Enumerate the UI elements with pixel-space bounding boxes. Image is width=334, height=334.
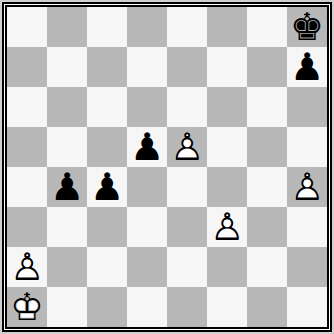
black-pawn-glyph: ♟ [127,127,167,167]
white-pawn-outline: ♙ [167,127,207,167]
white-pawn-fill: ♟ [207,207,247,247]
white-king: ♚♔ [7,287,47,327]
square-e6[interactable] [167,87,207,127]
square-e4[interactable] [167,167,207,207]
square-f2[interactable] [207,247,247,287]
white-pawn: ♟♙ [7,247,47,287]
square-e1[interactable] [167,287,207,327]
square-h1[interactable] [287,287,327,327]
square-b6[interactable] [47,87,87,127]
white-king-outline: ♔ [7,287,47,327]
white-pawn-outline: ♙ [7,247,47,287]
square-h6[interactable] [287,87,327,127]
square-d6[interactable] [127,87,167,127]
square-f8[interactable] [207,7,247,47]
square-f1[interactable] [207,287,247,327]
square-b4[interactable]: ♟ [47,167,87,207]
square-b5[interactable] [47,127,87,167]
square-f7[interactable] [207,47,247,87]
square-g7[interactable] [247,47,287,87]
square-g6[interactable] [247,87,287,127]
chess-board: ♚♟♟♟♙♟♟♟♙♟♙♟♙♚♔ [7,7,327,327]
square-f4[interactable] [207,167,247,207]
square-g5[interactable] [247,127,287,167]
square-c4[interactable]: ♟ [87,167,127,207]
square-c7[interactable] [87,47,127,87]
square-h8[interactable]: ♚ [287,7,327,47]
white-pawn-fill: ♟ [167,127,207,167]
square-a8[interactable] [7,7,47,47]
white-king-fill: ♚ [7,287,47,327]
black-pawn: ♟ [87,167,127,207]
square-f3[interactable]: ♟♙ [207,207,247,247]
board-inner-border: ♚♟♟♟♙♟♟♟♙♟♙♟♙♚♔ [5,5,329,329]
black-king: ♚ [287,7,327,47]
square-f5[interactable] [207,127,247,167]
square-b3[interactable] [47,207,87,247]
black-pawn-glyph: ♟ [87,167,127,207]
white-pawn: ♟♙ [167,127,207,167]
black-pawn: ♟ [47,167,87,207]
square-d3[interactable] [127,207,167,247]
square-e5[interactable]: ♟♙ [167,127,207,167]
board-outer-border: ♚♟♟♟♙♟♟♟♙♟♙♟♙♚♔ [2,2,332,332]
black-king-glyph: ♚ [287,7,327,47]
square-h4[interactable]: ♟♙ [287,167,327,207]
chess-diagram-frame: ♚♟♟♟♙♟♟♟♙♟♙♟♙♚♔ [0,0,334,334]
square-g2[interactable] [247,247,287,287]
black-pawn-glyph: ♟ [287,47,327,87]
square-c1[interactable] [87,287,127,327]
square-a7[interactable] [7,47,47,87]
square-a1[interactable]: ♚♔ [7,287,47,327]
black-pawn: ♟ [127,127,167,167]
square-c6[interactable] [87,87,127,127]
square-e7[interactable] [167,47,207,87]
square-a4[interactable] [7,167,47,207]
square-d2[interactable] [127,247,167,287]
square-g8[interactable] [247,7,287,47]
square-e8[interactable] [167,7,207,47]
square-h7[interactable]: ♟ [287,47,327,87]
square-c2[interactable] [87,247,127,287]
square-a5[interactable] [7,127,47,167]
square-b7[interactable] [47,47,87,87]
white-pawn-fill: ♟ [287,167,327,207]
square-h5[interactable] [287,127,327,167]
black-pawn: ♟ [287,47,327,87]
white-pawn-outline: ♙ [207,207,247,247]
square-f6[interactable] [207,87,247,127]
square-b8[interactable] [47,7,87,47]
square-g1[interactable] [247,287,287,327]
white-pawn-outline: ♙ [287,167,327,207]
square-h3[interactable] [287,207,327,247]
square-a2[interactable]: ♟♙ [7,247,47,287]
square-c3[interactable] [87,207,127,247]
black-pawn-glyph: ♟ [47,167,87,207]
white-pawn: ♟♙ [287,167,327,207]
square-d4[interactable] [127,167,167,207]
square-d5[interactable]: ♟ [127,127,167,167]
square-c5[interactable] [87,127,127,167]
square-a3[interactable] [7,207,47,247]
square-d7[interactable] [127,47,167,87]
square-d1[interactable] [127,287,167,327]
square-h2[interactable] [287,247,327,287]
square-d8[interactable] [127,7,167,47]
square-c8[interactable] [87,7,127,47]
square-a6[interactable] [7,87,47,127]
square-e3[interactable] [167,207,207,247]
square-g4[interactable] [247,167,287,207]
square-b2[interactable] [47,247,87,287]
white-pawn: ♟♙ [207,207,247,247]
white-pawn-fill: ♟ [7,247,47,287]
square-e2[interactable] [167,247,207,287]
square-b1[interactable] [47,287,87,327]
square-g3[interactable] [247,207,287,247]
